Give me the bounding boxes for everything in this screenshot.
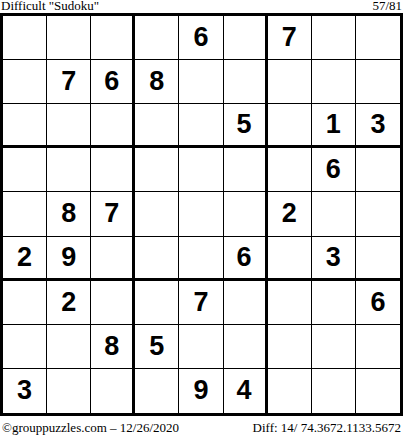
cell-r9c9 — [356, 369, 400, 413]
cell-r8c9 — [356, 325, 400, 369]
empty-cell-counter: 57/81 — [372, 0, 402, 12]
cell-r2c3: 6 — [91, 60, 135, 104]
cell-r1c2 — [47, 16, 91, 60]
copyright-text: ©grouppuzzles.com – 12/26/2020 — [2, 420, 179, 435]
puzzle-title: Difficult "Sudoku" — [1, 0, 99, 12]
cell-r8c4: 5 — [135, 325, 179, 369]
cell-r5c6 — [224, 192, 268, 236]
cell-r1c4 — [135, 16, 179, 60]
cell-r4c6 — [224, 148, 268, 192]
cell-r5c7: 2 — [268, 192, 312, 236]
cell-r7c5: 7 — [179, 281, 223, 325]
cell-r7c9: 6 — [356, 281, 400, 325]
cell-r4c5 — [179, 148, 223, 192]
cell-r9c1: 3 — [3, 369, 47, 413]
cell-r5c5 — [179, 192, 223, 236]
cell-r6c3 — [91, 237, 135, 281]
cell-r5c2: 8 — [47, 192, 91, 236]
cell-r2c7 — [268, 60, 312, 104]
cell-r7c1 — [3, 281, 47, 325]
cell-r4c4 — [135, 148, 179, 192]
cell-r1c5: 6 — [179, 16, 223, 60]
cell-r9c8 — [312, 369, 356, 413]
cell-r7c6 — [224, 281, 268, 325]
cell-r3c5 — [179, 104, 223, 148]
cell-r8c6 — [224, 325, 268, 369]
cell-r3c2 — [47, 104, 91, 148]
cell-r9c7 — [268, 369, 312, 413]
cell-r9c5: 9 — [179, 369, 223, 413]
cell-r7c3 — [91, 281, 135, 325]
cell-r9c3 — [91, 369, 135, 413]
cell-r8c7 — [268, 325, 312, 369]
cell-r7c2: 2 — [47, 281, 91, 325]
cell-r1c3 — [91, 16, 135, 60]
cell-r6c8: 3 — [312, 237, 356, 281]
cell-r2c1 — [3, 60, 47, 104]
cell-r8c2 — [47, 325, 91, 369]
cell-r8c3: 8 — [91, 325, 135, 369]
cell-r4c1 — [3, 148, 47, 192]
cell-r4c7 — [268, 148, 312, 192]
cell-r8c5 — [179, 325, 223, 369]
cell-r5c3: 7 — [91, 192, 135, 236]
cell-r2c2: 7 — [47, 60, 91, 104]
cell-r4c8: 6 — [312, 148, 356, 192]
cell-r3c4 — [135, 104, 179, 148]
cell-r2c4: 8 — [135, 60, 179, 104]
sudoku-page: Difficult "Sudoku" 57/81 677685136872296… — [0, 0, 403, 437]
header: Difficult "Sudoku" 57/81 — [0, 0, 403, 12]
cell-r8c8 — [312, 325, 356, 369]
cell-r1c8 — [312, 16, 356, 60]
cell-r9c6: 4 — [224, 369, 268, 413]
cell-r5c1 — [3, 192, 47, 236]
cell-r2c5 — [179, 60, 223, 104]
cell-r6c1: 2 — [3, 237, 47, 281]
cell-r6c5 — [179, 237, 223, 281]
cell-r3c1 — [3, 104, 47, 148]
cell-r4c2 — [47, 148, 91, 192]
cell-r1c7: 7 — [268, 16, 312, 60]
cell-r2c9 — [356, 60, 400, 104]
cell-r2c6 — [224, 60, 268, 104]
footer: ©grouppuzzles.com – 12/26/2020 Diff: 14/… — [0, 416, 403, 435]
cell-r5c9 — [356, 192, 400, 236]
cell-r7c4 — [135, 281, 179, 325]
cell-r7c8 — [312, 281, 356, 325]
cell-r3c9: 3 — [356, 104, 400, 148]
cell-r6c9 — [356, 237, 400, 281]
cell-r3c8: 1 — [312, 104, 356, 148]
difficulty-text: Diff: 14/ 74.3672.1133.5672 — [253, 420, 401, 435]
sudoku-grid: 677685136872296327685394 — [0, 13, 403, 416]
cell-r7c7 — [268, 281, 312, 325]
cell-r3c7 — [268, 104, 312, 148]
cell-r4c3 — [91, 148, 135, 192]
cell-r4c9 — [356, 148, 400, 192]
cell-r9c4 — [135, 369, 179, 413]
cell-r3c3 — [91, 104, 135, 148]
cell-r3c6: 5 — [224, 104, 268, 148]
cell-r5c8 — [312, 192, 356, 236]
cell-r6c7 — [268, 237, 312, 281]
cell-r8c1 — [3, 325, 47, 369]
cell-r6c6: 6 — [224, 237, 268, 281]
cell-r2c8 — [312, 60, 356, 104]
cell-r5c4 — [135, 192, 179, 236]
cell-r1c9 — [356, 16, 400, 60]
cell-r6c4 — [135, 237, 179, 281]
cell-r1c1 — [3, 16, 47, 60]
cell-r9c2 — [47, 369, 91, 413]
cell-r6c2: 9 — [47, 237, 91, 281]
cell-r1c6 — [224, 16, 268, 60]
